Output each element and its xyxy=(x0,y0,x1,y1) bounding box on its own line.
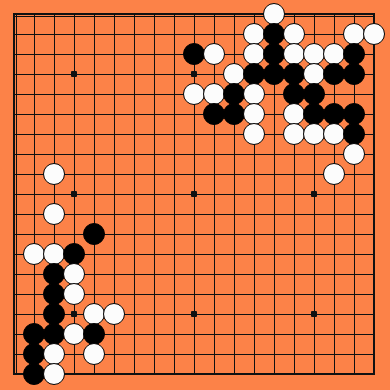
black-stone xyxy=(43,303,65,325)
white-stone xyxy=(303,123,325,145)
white-stone xyxy=(303,63,325,85)
white-stone xyxy=(43,363,65,385)
black-stone xyxy=(343,63,365,85)
star-point xyxy=(71,71,77,77)
white-stone xyxy=(203,83,225,105)
black-stone xyxy=(263,43,285,65)
white-stone xyxy=(223,63,245,85)
black-stone xyxy=(43,283,65,305)
white-stone xyxy=(303,43,325,65)
black-stone xyxy=(263,23,285,45)
go-board[interactable] xyxy=(0,0,390,390)
white-stone xyxy=(243,123,265,145)
star-point xyxy=(191,311,197,317)
black-stone xyxy=(23,323,45,345)
black-stone xyxy=(243,63,265,85)
white-stone xyxy=(323,43,345,65)
white-stone xyxy=(83,303,105,325)
white-stone xyxy=(323,163,345,185)
black-stone xyxy=(43,323,65,345)
white-stone xyxy=(243,23,265,45)
black-stone xyxy=(283,63,305,85)
star-point xyxy=(191,71,197,77)
white-stone xyxy=(23,243,45,265)
black-stone xyxy=(223,103,245,125)
black-stone xyxy=(343,123,365,145)
white-stone xyxy=(283,103,305,125)
black-stone xyxy=(183,43,205,65)
white-stone xyxy=(203,43,225,65)
white-stone xyxy=(243,43,265,65)
white-stone xyxy=(283,23,305,45)
black-stone xyxy=(63,243,85,265)
white-stone xyxy=(83,343,105,365)
black-stone xyxy=(23,363,45,385)
black-stone xyxy=(83,323,105,345)
black-stone xyxy=(303,103,325,125)
white-stone xyxy=(63,263,85,285)
white-stone xyxy=(43,203,65,225)
black-stone xyxy=(343,103,365,125)
white-stone xyxy=(363,23,385,45)
star-point xyxy=(71,191,77,197)
black-stone xyxy=(303,83,325,105)
white-stone xyxy=(283,123,305,145)
black-stone xyxy=(323,103,345,125)
black-stone xyxy=(263,63,285,85)
white-stone xyxy=(103,303,125,325)
white-stone xyxy=(243,103,265,125)
white-stone xyxy=(263,3,285,25)
stones-layer xyxy=(4,4,384,384)
black-stone xyxy=(323,63,345,85)
white-stone xyxy=(243,83,265,105)
star-point xyxy=(311,311,317,317)
black-stone xyxy=(83,223,105,245)
black-stone xyxy=(283,83,305,105)
star-point xyxy=(71,311,77,317)
black-stone xyxy=(43,263,65,285)
star-point xyxy=(311,191,317,197)
white-stone xyxy=(183,83,205,105)
white-stone xyxy=(43,163,65,185)
black-stone xyxy=(23,343,45,365)
white-stone xyxy=(283,43,305,65)
black-stone xyxy=(203,103,225,125)
black-stone xyxy=(343,43,365,65)
white-stone xyxy=(63,283,85,305)
white-stone xyxy=(43,243,65,265)
white-stone xyxy=(43,343,65,365)
white-stone xyxy=(343,23,365,45)
black-stone xyxy=(223,83,245,105)
white-stone xyxy=(323,123,345,145)
white-stone xyxy=(343,143,365,165)
white-stone xyxy=(63,323,85,345)
star-point xyxy=(191,191,197,197)
